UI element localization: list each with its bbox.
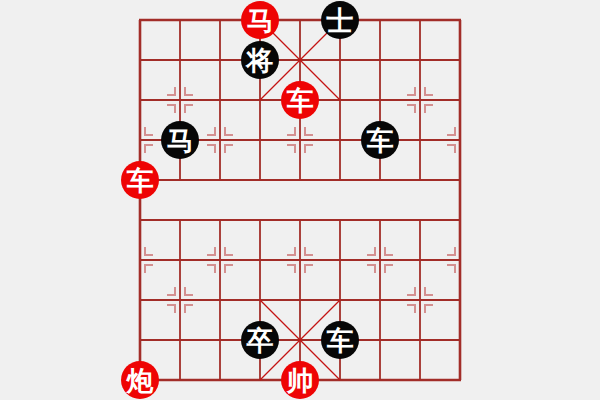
- piece-red-chariot-2[interactable]: 车: [121, 161, 159, 199]
- xiangqi-diagram: 马士将车马车车卒车炮帅: [0, 0, 600, 400]
- piece-red-general[interactable]: 帅: [281, 361, 319, 399]
- piece-black-soldier[interactable]: 卒: [241, 321, 279, 359]
- piece-black-general[interactable]: 将: [241, 41, 279, 79]
- piece-black-chariot-1[interactable]: 车: [361, 121, 399, 159]
- xiangqi-board[interactable]: 马士将车马车车卒车炮帅: [120, 0, 480, 400]
- piece-red-cannon[interactable]: 炮: [121, 361, 159, 399]
- piece-red-horse[interactable]: 马: [241, 1, 279, 39]
- piece-black-chariot-2[interactable]: 车: [321, 321, 359, 359]
- piece-red-chariot-1[interactable]: 车: [281, 81, 319, 119]
- piece-black-advisor[interactable]: 士: [321, 1, 359, 39]
- piece-black-horse[interactable]: 马: [161, 121, 199, 159]
